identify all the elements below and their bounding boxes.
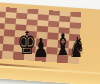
square-f1: [46, 54, 57, 62]
black-knight-shadow: [70, 51, 84, 55]
black-pawn-shadow: [34, 48, 48, 52]
square-e1: [35, 53, 46, 61]
square-b1: [2, 51, 14, 59]
square-h1: [68, 56, 79, 64]
square-g1: [57, 55, 68, 63]
chess-board: [0, 2, 100, 84]
black-bishop-shadow: [56, 49, 70, 53]
square-d1: [24, 53, 35, 61]
board-squares: [0, 6, 81, 64]
black-king-shadow: [20, 48, 34, 52]
square-c1: [13, 52, 25, 60]
chessboard-photo: ♚♟♝♞: [0, 0, 100, 84]
